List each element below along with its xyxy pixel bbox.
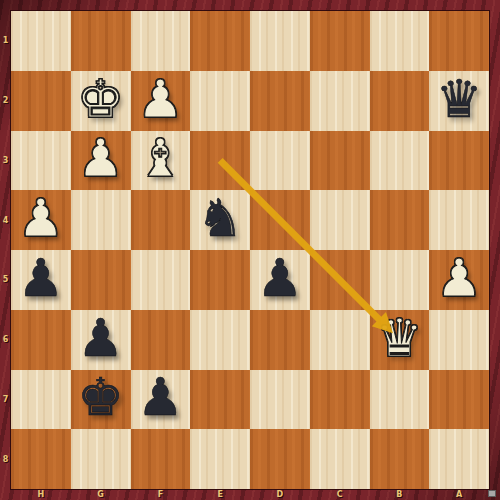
square-e6[interactable] [190,310,250,370]
square-b5[interactable] [370,250,430,310]
square-g8[interactable] [71,429,131,489]
white-bishop[interactable]: ♝ [137,132,184,184]
black-knight[interactable]: ♞ [197,192,244,244]
square-f7[interactable]: ♟ [131,370,191,430]
square-b6[interactable]: ♛ [370,310,430,370]
square-e7[interactable] [190,370,250,430]
square-a1[interactable] [429,11,489,71]
white-pawn[interactable]: ♟ [77,132,124,184]
square-b2[interactable] [370,71,430,131]
square-e3[interactable] [190,131,250,191]
square-g7[interactable]: ♚ [71,370,131,430]
file-label: G [71,489,131,500]
square-a8[interactable] [429,429,489,489]
square-f2[interactable]: ♟ [131,71,191,131]
black-pawn[interactable]: ♟ [77,312,124,364]
file-label: E [190,489,250,500]
black-pawn[interactable]: ♟ [18,252,65,304]
file-label: H [11,489,71,500]
rank-label: 4 [0,190,11,250]
square-g5[interactable] [71,250,131,310]
square-h6[interactable] [11,310,71,370]
square-a3[interactable] [429,131,489,191]
square-a2[interactable]: ♛ [429,71,489,131]
square-c4[interactable] [310,190,370,250]
file-label: A [429,489,489,500]
square-f5[interactable] [131,250,191,310]
square-f6[interactable] [131,310,191,370]
square-c8[interactable] [310,429,370,489]
square-g6[interactable]: ♟ [71,310,131,370]
square-e2[interactable] [190,71,250,131]
square-e4[interactable]: ♞ [190,190,250,250]
square-h2[interactable] [11,71,71,131]
square-b8[interactable] [370,429,430,489]
square-b3[interactable] [370,131,430,191]
black-king[interactable]: ♚ [77,371,124,423]
white-pawn[interactable]: ♟ [18,192,65,244]
square-h7[interactable] [11,370,71,430]
square-h5[interactable]: ♟ [11,250,71,310]
rank-label: 5 [0,250,11,310]
square-e5[interactable] [190,250,250,310]
square-c7[interactable] [310,370,370,430]
square-d1[interactable] [250,11,310,71]
board-frame: ♚♟♛♟♝♟♞♟♟♟♟♛♚♟ 12345678 HGFEDCBA [0,0,500,500]
black-pawn[interactable]: ♟ [257,252,304,304]
square-d3[interactable] [250,131,310,191]
square-a6[interactable] [429,310,489,370]
square-c2[interactable] [310,71,370,131]
square-g1[interactable] [71,11,131,71]
black-queen[interactable]: ♛ [436,73,483,125]
square-a4[interactable] [429,190,489,250]
square-h3[interactable] [11,131,71,191]
white-pawn[interactable]: ♟ [137,73,184,125]
file-label: C [310,489,370,500]
board-grid: ♚♟♛♟♝♟♞♟♟♟♟♛♚♟ [11,11,489,489]
square-e8[interactable] [190,429,250,489]
file-label: F [131,489,191,500]
rank-label: 8 [0,429,11,489]
square-f8[interactable] [131,429,191,489]
chess-board-window: ♚♟♛♟♝♟♞♟♟♟♟♛♚♟ 12345678 HGFEDCBA [0,0,500,500]
resize-grip-icon[interactable] [488,490,496,497]
file-label: B [370,489,430,500]
square-f3[interactable]: ♝ [131,131,191,191]
square-d6[interactable] [250,310,310,370]
square-d5[interactable]: ♟ [250,250,310,310]
rank-label: 7 [0,370,11,430]
square-b1[interactable] [370,11,430,71]
square-a5[interactable]: ♟ [429,250,489,310]
square-b4[interactable] [370,190,430,250]
square-h4[interactable]: ♟ [11,190,71,250]
white-pawn[interactable]: ♟ [436,252,483,304]
square-b7[interactable] [370,370,430,430]
square-c5[interactable] [310,250,370,310]
square-h1[interactable] [11,11,71,71]
square-c6[interactable] [310,310,370,370]
white-queen[interactable]: ♛ [376,312,423,364]
square-e1[interactable] [190,11,250,71]
square-c1[interactable] [310,11,370,71]
rank-label: 1 [0,11,11,71]
square-d7[interactable] [250,370,310,430]
square-f1[interactable] [131,11,191,71]
square-d2[interactable] [250,71,310,131]
rank-label: 3 [0,131,11,191]
square-d4[interactable] [250,190,310,250]
square-g3[interactable]: ♟ [71,131,131,191]
white-king[interactable]: ♚ [77,73,124,125]
black-pawn[interactable]: ♟ [137,371,184,423]
rank-label: 6 [0,310,11,370]
square-h8[interactable] [11,429,71,489]
square-c3[interactable] [310,131,370,191]
square-d8[interactable] [250,429,310,489]
rank-label: 2 [0,71,11,131]
square-f4[interactable] [131,190,191,250]
square-g4[interactable] [71,190,131,250]
square-g2[interactable]: ♚ [71,71,131,131]
square-a7[interactable] [429,370,489,430]
file-label: D [250,489,310,500]
